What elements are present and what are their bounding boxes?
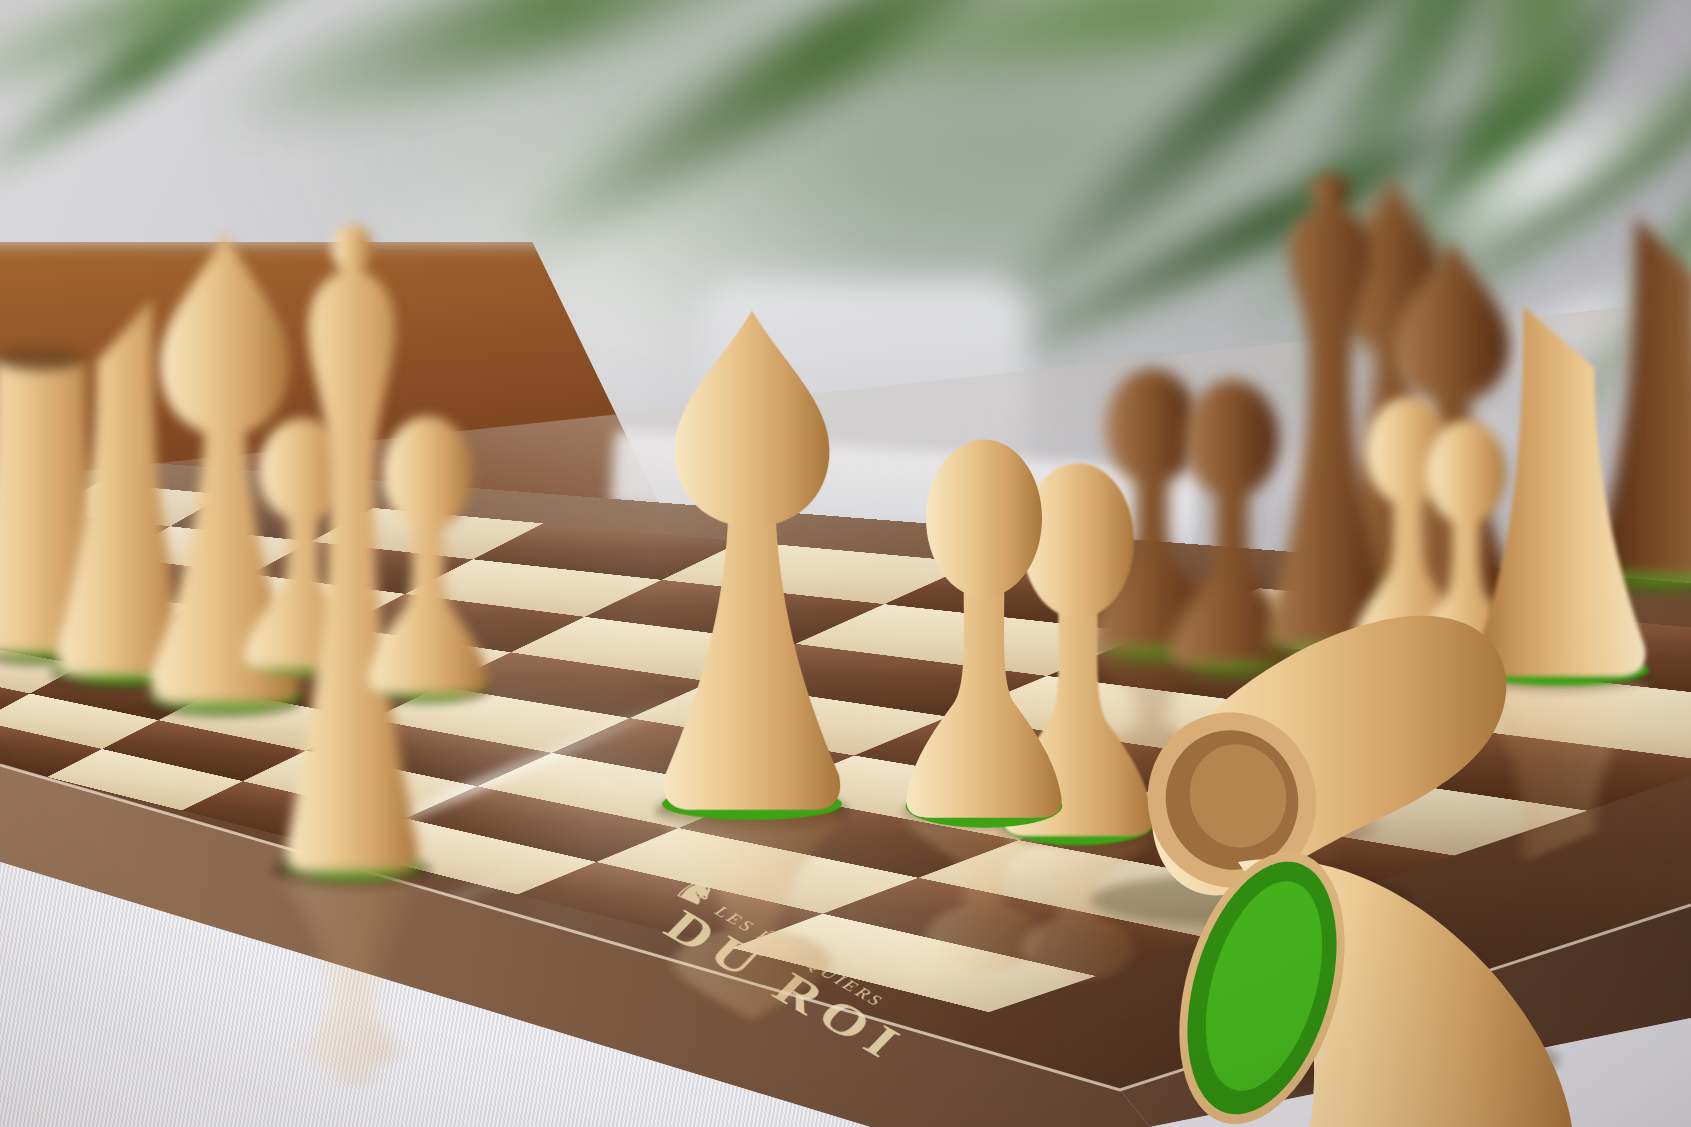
white-pawn-centre-1	[906, 440, 1063, 828]
chess-pieces-layer	[0, 0, 1691, 1127]
white-queen	[662, 311, 842, 821]
white-pawn-left	[368, 416, 489, 700]
photo-scene: ♞ LES ÉCHIQUIERS DU ROI	[0, 0, 1691, 1127]
